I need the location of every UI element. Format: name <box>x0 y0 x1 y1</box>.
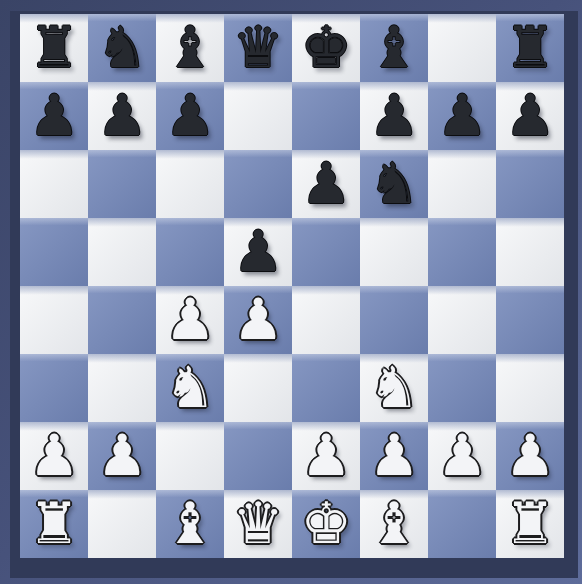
white-rook[interactable]: ♜ <box>504 495 555 552</box>
square-d7[interactable] <box>224 82 292 150</box>
square-h8[interactable]: ♜ <box>496 14 564 82</box>
black-knight[interactable]: ♞ <box>96 19 147 76</box>
square-g7[interactable]: ♟ <box>428 82 496 150</box>
white-pawn[interactable]: ♟ <box>504 427 555 484</box>
square-g1[interactable] <box>428 490 496 558</box>
black-king[interactable]: ♚ <box>300 19 351 76</box>
board-frame: ♜♞♝♛♚♝♜♟♟♟♟♟♟♟♞♟♟♟♞♞♟♟♟♟♟♟♜♝♛♚♝♜ <box>10 11 578 578</box>
black-queen[interactable]: ♛ <box>232 19 283 76</box>
square-f5[interactable] <box>360 218 428 286</box>
white-pawn[interactable]: ♟ <box>300 427 351 484</box>
chess-board[interactable]: ♜♞♝♛♚♝♜♟♟♟♟♟♟♟♞♟♟♟♞♞♟♟♟♟♟♟♜♝♛♚♝♜ <box>20 14 564 558</box>
square-f7[interactable]: ♟ <box>360 82 428 150</box>
square-b1[interactable] <box>88 490 156 558</box>
square-a6[interactable] <box>20 150 88 218</box>
black-rook[interactable]: ♜ <box>504 19 555 76</box>
square-c3[interactable]: ♞ <box>156 354 224 422</box>
square-c5[interactable] <box>156 218 224 286</box>
square-d8[interactable]: ♛ <box>224 14 292 82</box>
black-pawn[interactable]: ♟ <box>96 87 147 144</box>
square-a7[interactable]: ♟ <box>20 82 88 150</box>
black-pawn[interactable]: ♟ <box>28 87 79 144</box>
white-pawn[interactable]: ♟ <box>96 427 147 484</box>
white-knight[interactable]: ♞ <box>164 359 215 416</box>
square-f8[interactable]: ♝ <box>360 14 428 82</box>
white-queen[interactable]: ♛ <box>232 495 283 552</box>
square-a5[interactable] <box>20 218 88 286</box>
black-pawn[interactable]: ♟ <box>504 87 555 144</box>
square-d4[interactable]: ♟ <box>224 286 292 354</box>
square-a3[interactable] <box>20 354 88 422</box>
white-rook[interactable]: ♜ <box>28 495 79 552</box>
square-a2[interactable]: ♟ <box>20 422 88 490</box>
square-h3[interactable] <box>496 354 564 422</box>
square-f2[interactable]: ♟ <box>360 422 428 490</box>
black-pawn[interactable]: ♟ <box>300 155 351 212</box>
square-a4[interactable] <box>20 286 88 354</box>
square-h2[interactable]: ♟ <box>496 422 564 490</box>
square-b2[interactable]: ♟ <box>88 422 156 490</box>
square-d3[interactable] <box>224 354 292 422</box>
square-d6[interactable] <box>224 150 292 218</box>
square-g5[interactable] <box>428 218 496 286</box>
black-pawn[interactable]: ♟ <box>232 223 283 280</box>
square-f1[interactable]: ♝ <box>360 490 428 558</box>
black-knight[interactable]: ♞ <box>368 155 419 212</box>
square-c7[interactable]: ♟ <box>156 82 224 150</box>
square-a8[interactable]: ♜ <box>20 14 88 82</box>
white-pawn[interactable]: ♟ <box>232 291 283 348</box>
square-h6[interactable] <box>496 150 564 218</box>
square-f6[interactable]: ♞ <box>360 150 428 218</box>
white-bishop[interactable]: ♝ <box>368 495 419 552</box>
square-d1[interactable]: ♛ <box>224 490 292 558</box>
square-d2[interactable] <box>224 422 292 490</box>
square-e2[interactable]: ♟ <box>292 422 360 490</box>
square-g6[interactable] <box>428 150 496 218</box>
square-e6[interactable]: ♟ <box>292 150 360 218</box>
square-e1[interactable]: ♚ <box>292 490 360 558</box>
white-knight[interactable]: ♞ <box>368 359 419 416</box>
square-h4[interactable] <box>496 286 564 354</box>
square-b8[interactable]: ♞ <box>88 14 156 82</box>
square-b4[interactable] <box>88 286 156 354</box>
square-d5[interactable]: ♟ <box>224 218 292 286</box>
white-bishop[interactable]: ♝ <box>164 495 215 552</box>
black-pawn[interactable]: ♟ <box>368 87 419 144</box>
square-e3[interactable] <box>292 354 360 422</box>
square-h5[interactable] <box>496 218 564 286</box>
square-b6[interactable] <box>88 150 156 218</box>
square-c6[interactable] <box>156 150 224 218</box>
square-c1[interactable]: ♝ <box>156 490 224 558</box>
square-b5[interactable] <box>88 218 156 286</box>
white-pawn[interactable]: ♟ <box>436 427 487 484</box>
black-rook[interactable]: ♜ <box>28 19 79 76</box>
square-h7[interactable]: ♟ <box>496 82 564 150</box>
black-bishop[interactable]: ♝ <box>368 19 419 76</box>
square-b3[interactable] <box>88 354 156 422</box>
white-pawn[interactable]: ♟ <box>368 427 419 484</box>
square-g2[interactable]: ♟ <box>428 422 496 490</box>
square-g8[interactable] <box>428 14 496 82</box>
square-e8[interactable]: ♚ <box>292 14 360 82</box>
square-c4[interactable]: ♟ <box>156 286 224 354</box>
square-e7[interactable] <box>292 82 360 150</box>
square-c2[interactable] <box>156 422 224 490</box>
white-pawn[interactable]: ♟ <box>28 427 79 484</box>
square-g4[interactable] <box>428 286 496 354</box>
black-pawn[interactable]: ♟ <box>164 87 215 144</box>
square-a1[interactable]: ♜ <box>20 490 88 558</box>
white-pawn[interactable]: ♟ <box>164 291 215 348</box>
square-b7[interactable]: ♟ <box>88 82 156 150</box>
black-bishop[interactable]: ♝ <box>164 19 215 76</box>
chess-app-background: ♜♞♝♛♚♝♜♟♟♟♟♟♟♟♞♟♟♟♞♞♟♟♟♟♟♟♜♝♛♚♝♜ <box>0 0 582 584</box>
white-king[interactable]: ♚ <box>300 495 351 552</box>
square-g3[interactable] <box>428 354 496 422</box>
square-e5[interactable] <box>292 218 360 286</box>
black-pawn[interactable]: ♟ <box>436 87 487 144</box>
square-f4[interactable] <box>360 286 428 354</box>
square-f3[interactable]: ♞ <box>360 354 428 422</box>
square-c8[interactable]: ♝ <box>156 14 224 82</box>
square-e4[interactable] <box>292 286 360 354</box>
square-h1[interactable]: ♜ <box>496 490 564 558</box>
